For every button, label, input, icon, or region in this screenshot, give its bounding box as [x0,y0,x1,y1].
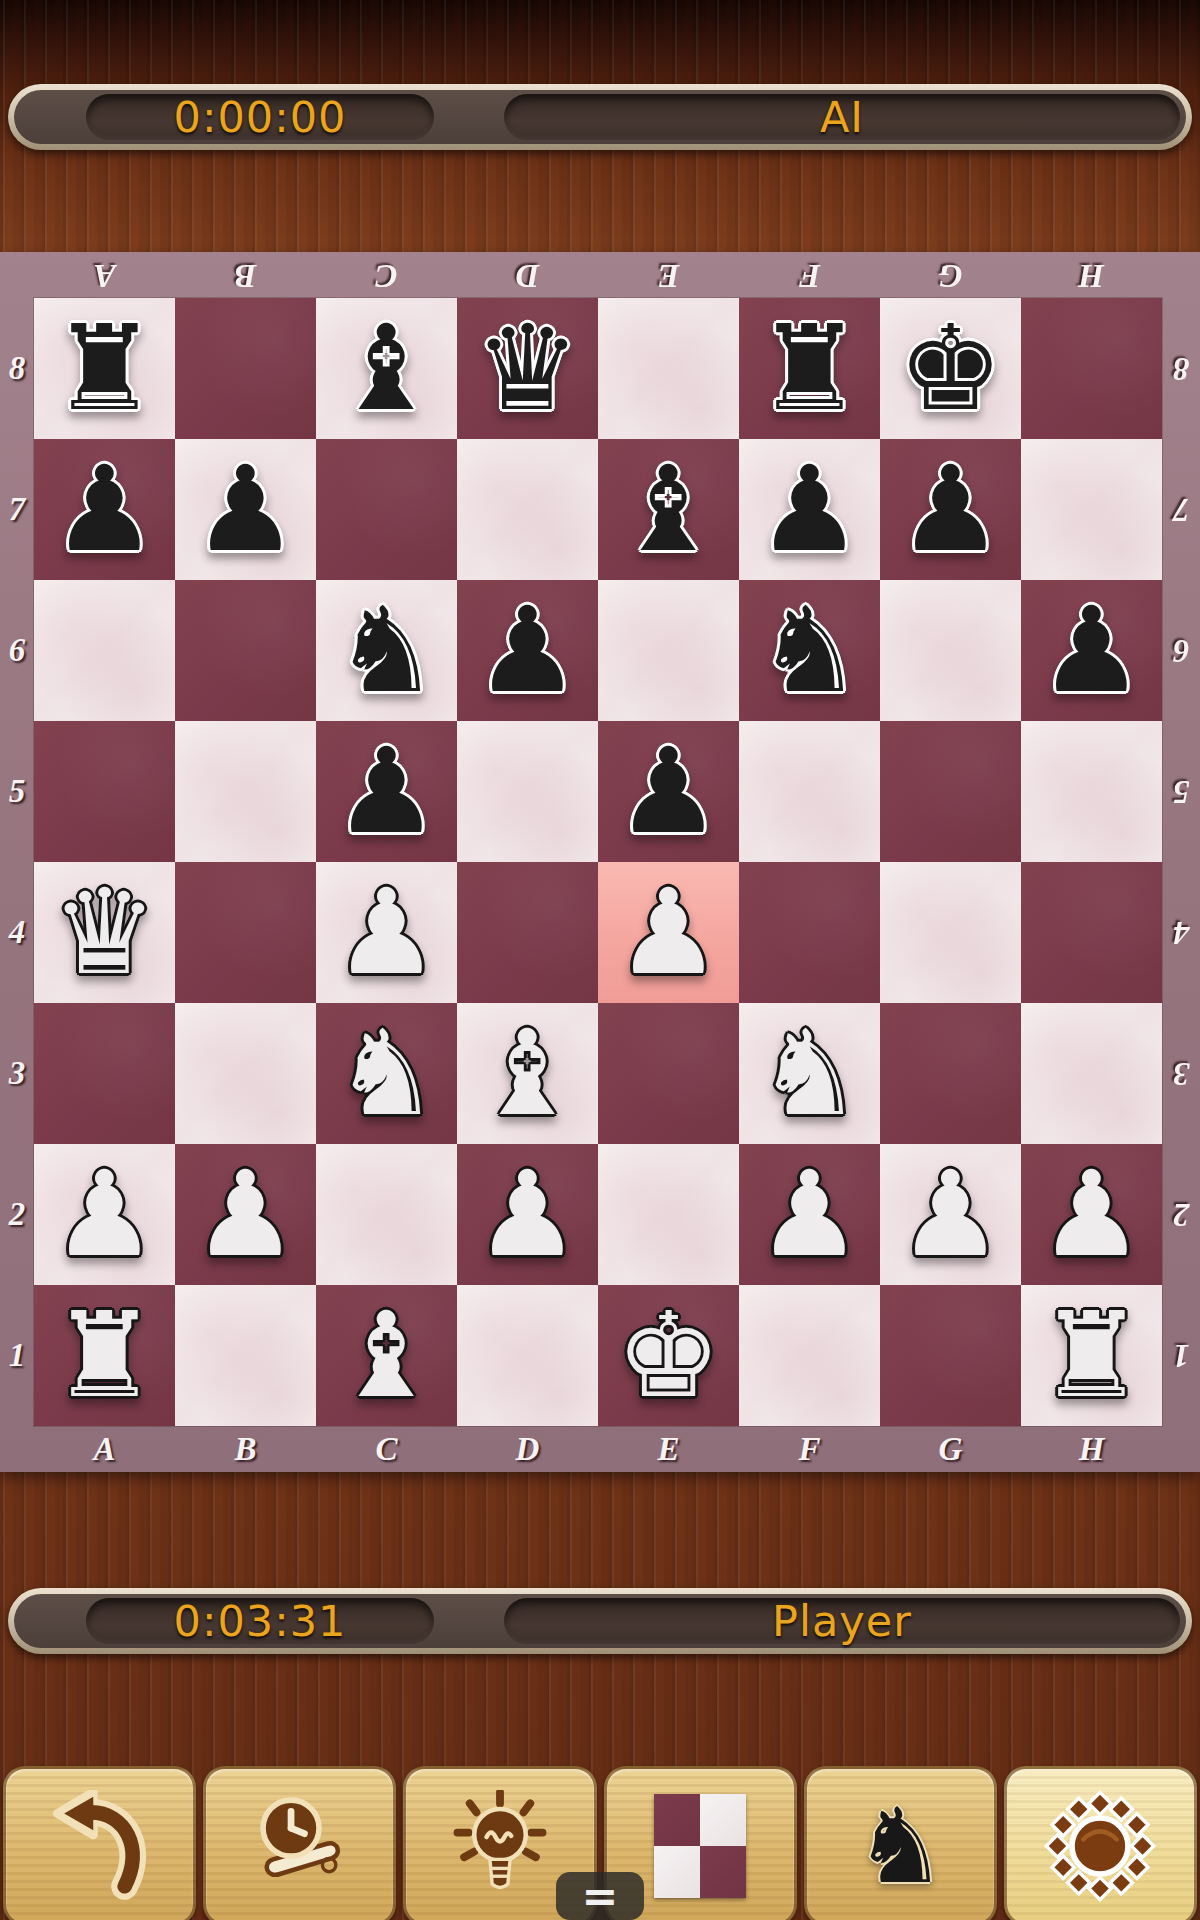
ai-clock-bar-inner: 0:00:00 AI [14,90,1186,144]
file-label-top-g: G [880,257,1021,294]
checkerboard-icon [654,1794,746,1898]
piece-black-pawn: ♟ [616,721,722,862]
square-b2[interactable]: ♟ [175,1144,316,1285]
rank-label-left-3: 3 [9,1055,26,1092]
settings-button[interactable] [1004,1766,1197,1920]
chess-app-screen: 0:00:00 AI ABCDEFGH 87654321 ♜♝♛♜♚♟♟♝♟♟♞… [0,0,1200,1920]
file-label-top-b: B [175,257,316,294]
android-nav-handle[interactable]: = [556,1872,644,1920]
rank-label-right-4: 4 [1173,914,1190,951]
rank-label-right-8: 8 [1173,350,1190,387]
rank-label-left-8: 8 [9,350,26,387]
file-label-bottom-h: H [1021,1431,1162,1468]
square-e8[interactable] [598,298,739,439]
square-e3[interactable] [598,1003,739,1144]
ai-timer: 0:00:00 [86,94,434,140]
square-h7[interactable] [1021,439,1162,580]
piece-white-pawn: ♟ [193,1144,299,1285]
square-h5[interactable] [1021,721,1162,862]
square-f6[interactable]: ♞ [739,580,880,721]
file-label-bottom-e: E [598,1431,739,1468]
square-d2[interactable]: ♟ [457,1144,598,1285]
piece-white-pawn: ♟ [898,1144,1004,1285]
piece-black-knight: ♞ [757,580,863,721]
ai-timer-value: 0:00:00 [174,92,347,142]
square-e5[interactable]: ♟ [598,721,739,862]
file-label-top-c: C [316,257,457,294]
piece-style-button[interactable]: ♞ [804,1766,997,1920]
player-timer-value: 0:03:31 [174,1596,347,1646]
square-f5[interactable] [739,721,880,862]
piece-white-king: ♚ [616,1285,722,1426]
piece-black-bishop: ♝ [334,298,440,439]
square-g4[interactable] [880,862,1021,1003]
piece-white-rook: ♜ [1039,1285,1145,1426]
square-e6[interactable] [598,580,739,721]
square-d4[interactable] [457,862,598,1003]
square-a7[interactable]: ♟ [34,439,175,580]
sun-icon [1044,1790,1156,1902]
square-d6[interactable]: ♟ [457,580,598,721]
square-d1[interactable] [457,1285,598,1426]
square-e7[interactable]: ♝ [598,439,739,580]
file-label-bottom-c: C [316,1431,457,1468]
lightbulb-icon [444,1790,556,1902]
square-b3[interactable] [175,1003,316,1144]
square-c5[interactable]: ♟ [316,721,457,862]
piece-black-pawn: ♟ [334,721,440,862]
square-a3[interactable] [34,1003,175,1144]
square-h8[interactable] [1021,298,1162,439]
square-b8[interactable] [175,298,316,439]
chess-board: ABCDEFGH 87654321 ♜♝♛♜♚♟♟♝♟♟♞♟♞♟♟♟♛♟♟♞♝♞… [0,252,1200,1472]
square-e2[interactable] [598,1144,739,1285]
piece-black-pawn: ♟ [193,439,299,580]
square-c4[interactable]: ♟ [316,862,457,1003]
file-labels-bottom: ABCDEFGH [34,1426,1162,1472]
square-a8[interactable]: ♜ [34,298,175,439]
square-c8[interactable]: ♝ [316,298,457,439]
piece-black-pawn: ♟ [52,439,158,580]
square-d7[interactable] [457,439,598,580]
square-h4[interactable] [1021,862,1162,1003]
piece-black-bishop: ♝ [616,439,722,580]
piece-black-pawn: ♟ [475,580,581,721]
square-a2[interactable]: ♟ [34,1144,175,1285]
file-label-top-d: D [457,257,598,294]
piece-black-pawn: ♟ [898,439,1004,580]
square-e1[interactable]: ♚ [598,1285,739,1426]
ai-name-plate: AI [504,94,1180,140]
piece-white-pawn: ♟ [334,862,440,1003]
square-b1[interactable] [175,1285,316,1426]
player-timer: 0:03:31 [86,1598,434,1644]
player-clock-bar: 0:03:31 Player [8,1588,1192,1654]
file-label-top-f: F [739,257,880,294]
piece-white-bishop: ♝ [475,1003,581,1144]
square-b7[interactable]: ♟ [175,439,316,580]
file-label-bottom-d: D [457,1431,598,1468]
square-h1[interactable]: ♜ [1021,1285,1162,1426]
square-c3[interactable]: ♞ [316,1003,457,1144]
undo-button[interactable] [3,1766,196,1920]
square-f4[interactable] [739,862,880,1003]
rank-label-left-6: 6 [9,632,26,669]
file-label-top-h: H [1021,257,1162,294]
file-label-bottom-g: G [880,1431,1021,1468]
square-g5[interactable] [880,721,1021,862]
rank-label-right-3: 3 [1173,1055,1190,1092]
ai-clock-bar: 0:00:00 AI [8,84,1192,150]
player-clock-bar-inner: 0:03:31 Player [14,1594,1186,1648]
square-d8[interactable]: ♛ [457,298,598,439]
file-label-top-a: A [34,257,175,294]
scroll-clock-icon [244,1790,356,1902]
rank-label-right-1: 1 [1173,1337,1190,1374]
square-f1[interactable] [739,1285,880,1426]
piece-white-pawn: ♟ [475,1144,581,1285]
square-e4[interactable]: ♟ [598,862,739,1003]
move-history-button[interactable] [203,1766,396,1920]
piece-black-pawn: ♟ [1039,580,1145,721]
square-d3[interactable]: ♝ [457,1003,598,1144]
rank-label-right-2: 2 [1173,1196,1190,1233]
file-label-bottom-a: A [34,1431,175,1468]
square-f3[interactable]: ♞ [739,1003,880,1144]
rank-label-left-7: 7 [9,491,26,528]
knight-icon: ♞ [854,1794,947,1898]
piece-white-pawn: ♟ [757,1144,863,1285]
piece-white-bishop: ♝ [334,1285,440,1426]
player-name-label: Player [772,1596,912,1646]
square-a4[interactable]: ♛ [34,862,175,1003]
piece-white-pawn: ♟ [52,1144,158,1285]
piece-white-pawn: ♟ [616,862,722,1003]
rank-labels-right: 87654321 [1162,298,1200,1426]
rank-label-left-4: 4 [9,914,26,951]
square-d5[interactable] [457,721,598,862]
square-g2[interactable]: ♟ [880,1144,1021,1285]
piece-black-rook: ♜ [52,298,158,439]
piece-black-rook: ♜ [757,298,863,439]
square-a1[interactable]: ♜ [34,1285,175,1426]
file-labels-top: ABCDEFGH [34,252,1162,298]
rank-label-left-1: 1 [9,1337,26,1374]
square-b5[interactable] [175,721,316,862]
square-f8[interactable]: ♜ [739,298,880,439]
square-c1[interactable]: ♝ [316,1285,457,1426]
ai-name-label: AI [820,92,864,142]
square-c6[interactable]: ♞ [316,580,457,721]
square-c2[interactable] [316,1144,457,1285]
file-label-bottom-f: F [739,1431,880,1468]
rank-labels-left: 87654321 [0,298,34,1426]
file-label-bottom-b: B [175,1431,316,1468]
player-name-plate: Player [504,1598,1180,1644]
square-g3[interactable] [880,1003,1021,1144]
square-h6[interactable]: ♟ [1021,580,1162,721]
nav-handle-symbol: = [582,1874,619,1918]
piece-black-pawn: ♟ [757,439,863,580]
rank-label-right-5: 5 [1173,773,1190,810]
board-grid: ♜♝♛♜♚♟♟♝♟♟♞♟♞♟♟♟♛♟♟♞♝♞♟♟♟♟♟♟♜♝♚♜ [34,298,1162,1426]
square-h2[interactable]: ♟ [1021,1144,1162,1285]
piece-white-pawn: ♟ [1039,1144,1145,1285]
square-f2[interactable]: ♟ [739,1144,880,1285]
piece-black-knight: ♞ [334,580,440,721]
piece-black-king: ♚ [898,298,1004,439]
piece-white-rook: ♜ [52,1285,158,1426]
square-c7[interactable] [316,439,457,580]
file-label-top-e: E [598,257,739,294]
piece-black-queen: ♛ [475,298,581,439]
square-a6[interactable] [34,580,175,721]
square-f7[interactable]: ♟ [739,439,880,580]
square-b4[interactable] [175,862,316,1003]
rank-label-right-7: 7 [1173,491,1190,528]
square-g6[interactable] [880,580,1021,721]
square-a5[interactable] [34,721,175,862]
square-g1[interactable] [880,1285,1021,1426]
rank-label-left-2: 2 [9,1196,26,1233]
square-g7[interactable]: ♟ [880,439,1021,580]
piece-white-knight: ♞ [757,1003,863,1144]
rank-label-left-5: 5 [9,773,26,810]
square-g8[interactable]: ♚ [880,298,1021,439]
piece-white-knight: ♞ [334,1003,440,1144]
rank-label-right-6: 6 [1173,632,1190,669]
square-b6[interactable] [175,580,316,721]
square-h3[interactable] [1021,1003,1162,1144]
piece-white-queen: ♛ [52,862,158,1003]
undo-arrow-icon [44,1790,156,1902]
